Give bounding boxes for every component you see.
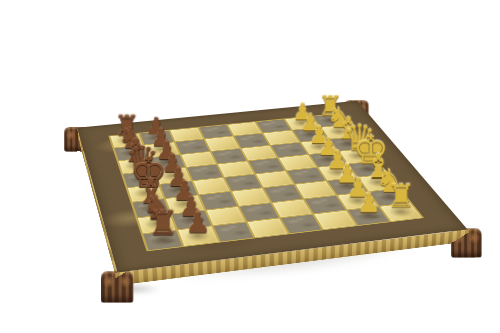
rook-glyph: ♜ xyxy=(146,207,180,241)
chess-board: ♜♞♝♛♚♝♞♜♟♟♟♟♟♟♟♟♟♟♟♟♟♟♟♟♜♞♝♛♚♝♞♜ xyxy=(77,101,467,273)
board-square xyxy=(225,175,262,191)
board-square xyxy=(232,188,270,205)
ionic-foot xyxy=(64,127,90,152)
board-square xyxy=(247,218,287,237)
board-square xyxy=(239,203,278,221)
pawn-glyph: ♟ xyxy=(181,208,214,236)
chess-set-photo: ♜♞♝♛♚♝♞♜♟♟♟♟♟♟♟♟♟♟♟♟♟♟♟♟♜♞♝♛♚♝♞♜ xyxy=(0,0,500,333)
chess-set-scene: ♜♞♝♛♚♝♞♜♟♟♟♟♟♟♟♟♟♟♟♟♟♟♟♟♜♞♝♛♚♝♞♜ xyxy=(0,0,500,333)
board-edge-left xyxy=(77,127,118,287)
pawn-glyph: ♟ xyxy=(352,189,384,216)
board-square xyxy=(213,222,253,241)
rook-glyph: ♜ xyxy=(385,180,417,212)
